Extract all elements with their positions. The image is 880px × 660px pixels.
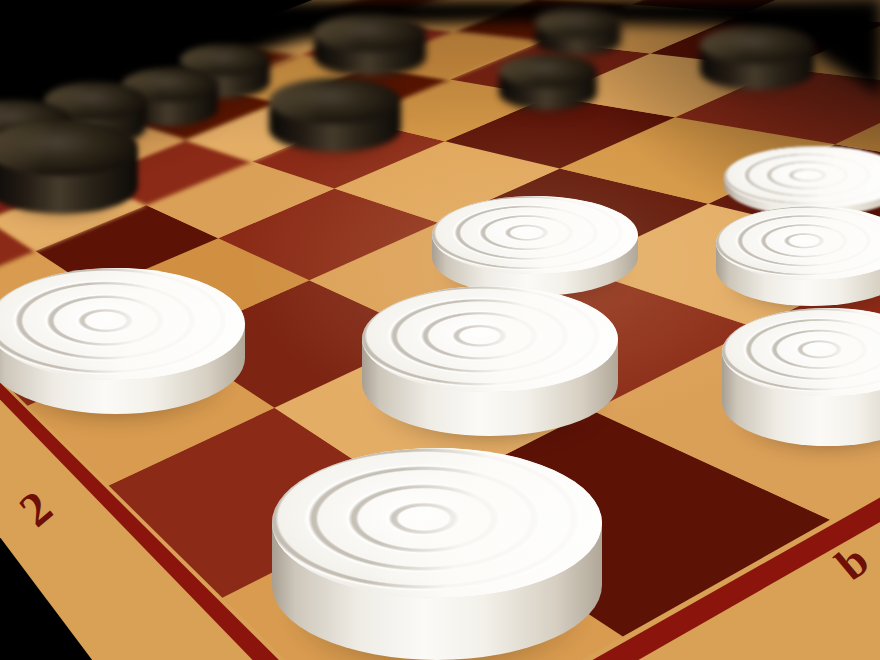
pieces-layer: ⛀⛀⛀⛀⛀⛀⛀⛂⛂⛂⛂⛂⛂⛂⛂⛂⛂ xyxy=(0,0,880,660)
piece-top: ⛀ xyxy=(362,286,618,392)
piece-white-c4[interactable]: ⛀ xyxy=(362,286,618,436)
scene: 2b ⛀⛀⛀⛀⛀⛀⛀⛂⛂⛂⛂⛂⛂⛂⛂⛂⛂ xyxy=(0,0,880,660)
piece-white-a4[interactable]: ⛀ xyxy=(0,268,245,414)
piece-top: ⛂ xyxy=(499,54,597,88)
piece-top: ⛂ xyxy=(314,14,426,52)
piece-top: ⛂ xyxy=(269,78,401,124)
piece-white-a2[interactable]: ⛀ xyxy=(272,448,602,660)
piece-top: ⛂ xyxy=(700,26,814,64)
piece-white-d5[interactable]: ⛀ xyxy=(432,196,638,296)
piece-black-g8[interactable]: ⛂ xyxy=(535,8,621,56)
piece-white-e4[interactable]: ⛀ xyxy=(722,308,880,446)
piece-white-f5[interactable]: ⛀ xyxy=(716,206,880,306)
piece-black-h7[interactable]: ⛂ xyxy=(700,26,814,90)
piece-black-c6[interactable]: ⛂ xyxy=(269,78,401,152)
piece-top: ⛀ xyxy=(272,448,602,598)
piece-top: ⛂ xyxy=(535,8,621,38)
piece-black-f7[interactable]: ⛂ xyxy=(499,54,597,110)
piece-black-a6[interactable]: ⛂ xyxy=(0,120,138,214)
piece-top: ⛀ xyxy=(432,196,638,274)
piece-black-e8[interactable]: ⛂ xyxy=(314,14,426,76)
